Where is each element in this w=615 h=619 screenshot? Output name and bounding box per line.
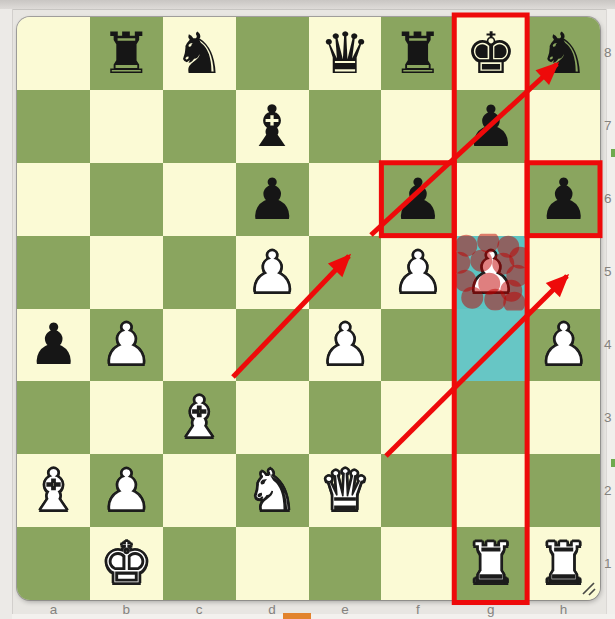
square-g6[interactable]: [454, 163, 527, 236]
square-f2[interactable]: [381, 454, 454, 527]
square-a1[interactable]: [17, 527, 90, 600]
square-e4[interactable]: ♟: [309, 309, 382, 382]
square-h7[interactable]: [527, 90, 600, 163]
square-b6[interactable]: [90, 163, 163, 236]
rank-label-1: 1: [604, 556, 615, 571]
square-b3[interactable]: [90, 381, 163, 454]
square-h8[interactable]: ♞: [527, 17, 600, 90]
square-b8[interactable]: ♜: [90, 17, 163, 90]
file-label-b: b: [90, 602, 163, 616]
square-a6[interactable]: [17, 163, 90, 236]
square-e7[interactable]: [309, 90, 382, 163]
piece-black-pawn-g7[interactable]: ♟: [465, 98, 516, 155]
page: ♜♞♛♜♚♞♝♟♟♟♟♟♟♟♟♟♟♟♝♝♟♞♛♚♜♜ 87654321 abcd…: [0, 0, 615, 619]
piece-black-pawn-d6[interactable]: ♟: [247, 171, 298, 228]
square-e2[interactable]: ♛: [309, 454, 382, 527]
square-d5[interactable]: ♟: [236, 236, 309, 309]
square-g8[interactable]: ♚: [454, 17, 527, 90]
square-b7[interactable]: [90, 90, 163, 163]
piece-white-bishop-a2[interactable]: ♝: [28, 462, 79, 519]
square-b1[interactable]: ♚: [90, 527, 163, 600]
square-h2[interactable]: [527, 454, 600, 527]
right-edge-strip: [606, 9, 615, 619]
piece-white-pawn-d5[interactable]: ♟: [247, 244, 298, 301]
square-f6[interactable]: ♟: [381, 163, 454, 236]
square-e8[interactable]: ♛: [309, 17, 382, 90]
piece-black-queen-e8[interactable]: ♛: [319, 25, 370, 82]
piece-black-knight-c8[interactable]: ♞: [174, 25, 225, 82]
file-label-d: d: [236, 602, 309, 616]
square-a8[interactable]: [17, 17, 90, 90]
piece-black-rook-b8[interactable]: ♜: [101, 25, 152, 82]
file-label-c: c: [163, 602, 236, 616]
square-c2[interactable]: [163, 454, 236, 527]
square-d8[interactable]: [236, 17, 309, 90]
square-b4[interactable]: ♟: [90, 309, 163, 382]
piece-white-knight-d2[interactable]: ♞: [247, 462, 298, 519]
square-a7[interactable]: [17, 90, 90, 163]
piece-black-pawn-h6[interactable]: ♟: [538, 171, 589, 228]
square-d1[interactable]: [236, 527, 309, 600]
rank-label-5: 5: [604, 264, 615, 279]
square-b2[interactable]: ♟: [90, 454, 163, 527]
square-h1[interactable]: ♜: [527, 527, 600, 600]
square-d6[interactable]: ♟: [236, 163, 309, 236]
square-f1[interactable]: [381, 527, 454, 600]
square-e3[interactable]: [309, 381, 382, 454]
piece-white-bishop-c3[interactable]: ♝: [174, 389, 225, 446]
square-h3[interactable]: [527, 381, 600, 454]
file-label-f: f: [381, 602, 454, 616]
top-edge-band: [0, 0, 615, 10]
file-label-e: e: [309, 602, 382, 616]
piece-black-bishop-d7[interactable]: ♝: [247, 98, 298, 155]
square-e1[interactable]: [309, 527, 382, 600]
square-g3[interactable]: [454, 381, 527, 454]
square-c7[interactable]: [163, 90, 236, 163]
square-b5[interactable]: [90, 236, 163, 309]
piece-white-king-b1[interactable]: ♚: [101, 535, 152, 592]
file-label-a: a: [17, 602, 90, 616]
edge-fragment: [611, 149, 615, 157]
square-f3[interactable]: [381, 381, 454, 454]
square-d2[interactable]: ♞: [236, 454, 309, 527]
square-a3[interactable]: [17, 381, 90, 454]
square-h5[interactable]: [527, 236, 600, 309]
square-f5[interactable]: ♟: [381, 236, 454, 309]
square-d3[interactable]: [236, 381, 309, 454]
square-g5[interactable]: ♟: [454, 236, 527, 309]
square-h4[interactable]: ♟: [527, 309, 600, 382]
square-c1[interactable]: [163, 527, 236, 600]
rank-label-8: 8: [604, 45, 615, 60]
square-g2[interactable]: [454, 454, 527, 527]
square-f7[interactable]: [381, 90, 454, 163]
piece-black-pawn-f6[interactable]: ♟: [392, 171, 443, 228]
piece-white-pawn-b4[interactable]: ♟: [101, 316, 152, 373]
square-d4[interactable]: [236, 309, 309, 382]
square-d7[interactable]: ♝: [236, 90, 309, 163]
rank-label-3: 3: [604, 410, 615, 425]
piece-white-pawn-b2[interactable]: ♟: [101, 462, 152, 519]
left-edge-strip: [0, 9, 13, 619]
square-g7[interactable]: ♟: [454, 90, 527, 163]
square-c8[interactable]: ♞: [163, 17, 236, 90]
square-c6[interactable]: [163, 163, 236, 236]
square-g1[interactable]: ♜: [454, 527, 527, 600]
piece-white-queen-e2[interactable]: ♛: [319, 462, 370, 519]
piece-black-rook-f8[interactable]: ♜: [392, 25, 443, 82]
piece-white-pawn-g5[interactable]: ♟: [465, 244, 516, 301]
piece-white-rook-g1[interactable]: ♜: [465, 535, 516, 592]
rank-label-2: 2: [604, 483, 615, 498]
piece-black-king-g8[interactable]: ♚: [465, 25, 516, 82]
file-label-g: g: [454, 602, 527, 616]
square-f4[interactable]: [381, 309, 454, 382]
piece-black-knight-h8[interactable]: ♞: [538, 25, 589, 82]
square-f8[interactable]: ♜: [381, 17, 454, 90]
piece-black-pawn-a4[interactable]: ♟: [28, 316, 79, 373]
piece-white-pawn-e4[interactable]: ♟: [319, 316, 370, 373]
square-h6[interactable]: ♟: [527, 163, 600, 236]
file-label-h: h: [527, 602, 600, 616]
square-a2[interactable]: ♝: [17, 454, 90, 527]
square-c5[interactable]: [163, 236, 236, 309]
square-e5[interactable]: [309, 236, 382, 309]
edge-fragment: [611, 459, 615, 467]
rank-label-7: 7: [604, 118, 615, 133]
rank-label-4: 4: [604, 337, 615, 352]
piece-white-pawn-h4[interactable]: ♟: [538, 316, 589, 373]
square-g4[interactable]: [454, 309, 527, 382]
piece-white-rook-h1[interactable]: ♜: [538, 535, 589, 592]
square-a4[interactable]: ♟: [17, 309, 90, 382]
chess-board[interactable]: ♜♞♛♜♚♞♝♟♟♟♟♟♟♟♟♟♟♟♝♝♟♞♛♚♜♜: [17, 17, 600, 600]
piece-white-pawn-f5[interactable]: ♟: [392, 244, 443, 301]
square-c4[interactable]: [163, 309, 236, 382]
rank-label-6: 6: [604, 191, 615, 206]
square-c3[interactable]: ♝: [163, 381, 236, 454]
square-a5[interactable]: [17, 236, 90, 309]
square-e6[interactable]: [309, 163, 382, 236]
